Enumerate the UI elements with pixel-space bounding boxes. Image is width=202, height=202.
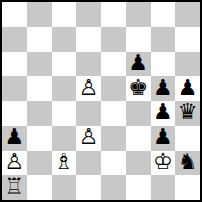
- square-d2[interactable]: [76, 151, 101, 176]
- square-g7[interactable]: [151, 27, 176, 52]
- square-g6[interactable]: [151, 52, 176, 77]
- square-d6[interactable]: [76, 52, 101, 77]
- square-c7[interactable]: [52, 27, 77, 52]
- square-f7[interactable]: [126, 27, 151, 52]
- piece-black-queen: ♛: [178, 101, 198, 123]
- square-d1[interactable]: [76, 175, 101, 200]
- square-f2[interactable]: [126, 151, 151, 176]
- square-d5[interactable]: ♙: [76, 76, 101, 101]
- square-h1[interactable]: [175, 175, 200, 200]
- square-f4[interactable]: [126, 101, 151, 126]
- square-c3[interactable]: [52, 126, 77, 151]
- piece-black-pawn: ♟: [178, 77, 198, 99]
- square-a5[interactable]: [2, 76, 27, 101]
- square-g1[interactable]: [151, 175, 176, 200]
- square-f6[interactable]: ♟: [126, 52, 151, 77]
- piece-black-pawn: ♟: [153, 126, 173, 148]
- piece-black-pawn: ♟: [128, 52, 148, 74]
- square-h3[interactable]: [175, 126, 200, 151]
- square-c5[interactable]: [52, 76, 77, 101]
- square-a6[interactable]: [2, 52, 27, 77]
- square-f5[interactable]: ♚: [126, 76, 151, 101]
- square-d4[interactable]: [76, 101, 101, 126]
- square-b8[interactable]: [27, 2, 52, 27]
- square-a8[interactable]: [2, 2, 27, 27]
- piece-white-king: ♔: [153, 151, 173, 173]
- square-f8[interactable]: [126, 2, 151, 27]
- square-g4[interactable]: ♟: [151, 101, 176, 126]
- piece-white-rook: ♖: [5, 176, 25, 198]
- square-a4[interactable]: [2, 101, 27, 126]
- square-a2[interactable]: ♙: [2, 151, 27, 176]
- piece-black-pawn: ♟: [153, 101, 173, 123]
- square-b1[interactable]: [27, 175, 52, 200]
- square-h5[interactable]: ♟: [175, 76, 200, 101]
- square-b3[interactable]: [27, 126, 52, 151]
- square-b4[interactable]: [27, 101, 52, 126]
- square-a7[interactable]: [2, 27, 27, 52]
- piece-black-pawn: ♟: [153, 77, 173, 99]
- square-b7[interactable]: [27, 27, 52, 52]
- square-e6[interactable]: [101, 52, 126, 77]
- piece-black-pawn: ♟: [5, 126, 25, 148]
- square-e7[interactable]: [101, 27, 126, 52]
- piece-white-pawn: ♙: [79, 77, 99, 99]
- square-c1[interactable]: [52, 175, 77, 200]
- square-e2[interactable]: [101, 151, 126, 176]
- square-d3[interactable]: ♙: [76, 126, 101, 151]
- square-d7[interactable]: [76, 27, 101, 52]
- square-c2[interactable]: ♗: [52, 151, 77, 176]
- square-e8[interactable]: [101, 2, 126, 27]
- piece-white-pawn: ♙: [5, 151, 25, 173]
- square-e4[interactable]: [101, 101, 126, 126]
- piece-black-knight: ♞: [178, 151, 198, 173]
- square-f1[interactable]: [126, 175, 151, 200]
- square-g3[interactable]: ♟: [151, 126, 176, 151]
- piece-white-bishop: ♗: [54, 151, 74, 173]
- square-a1[interactable]: ♖: [2, 175, 27, 200]
- square-f3[interactable]: [126, 126, 151, 151]
- square-h8[interactable]: [175, 2, 200, 27]
- square-h7[interactable]: [175, 27, 200, 52]
- square-e3[interactable]: [101, 126, 126, 151]
- square-h4[interactable]: ♛: [175, 101, 200, 126]
- piece-white-pawn: ♙: [79, 126, 99, 148]
- square-a3[interactable]: ♟: [2, 126, 27, 151]
- square-g2[interactable]: ♔: [151, 151, 176, 176]
- square-d8[interactable]: [76, 2, 101, 27]
- square-b6[interactable]: [27, 52, 52, 77]
- square-b2[interactable]: [27, 151, 52, 176]
- square-g5[interactable]: ♟: [151, 76, 176, 101]
- square-h2[interactable]: ♞: [175, 151, 200, 176]
- square-c6[interactable]: [52, 52, 77, 77]
- piece-black-king: ♚: [128, 77, 148, 99]
- square-c4[interactable]: [52, 101, 77, 126]
- square-g8[interactable]: [151, 2, 176, 27]
- chess-board: ♟♙♚♟♟♟♛♟♙♟♙♗♔♞♖: [0, 0, 202, 202]
- square-b5[interactable]: [27, 76, 52, 101]
- square-e1[interactable]: [101, 175, 126, 200]
- chess-diagram: ♟♙♚♟♟♟♛♟♙♟♙♗♔♞♖: [0, 0, 202, 202]
- square-c8[interactable]: [52, 2, 77, 27]
- square-h6[interactable]: [175, 52, 200, 77]
- square-e5[interactable]: [101, 76, 126, 101]
